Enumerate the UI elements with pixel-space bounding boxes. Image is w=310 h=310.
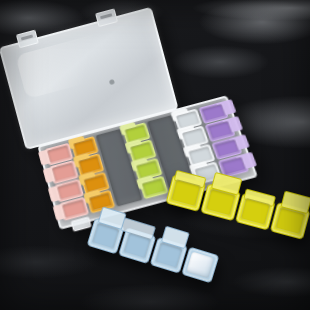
photo-vignette [0,0,310,310]
product-photo [0,0,310,310]
